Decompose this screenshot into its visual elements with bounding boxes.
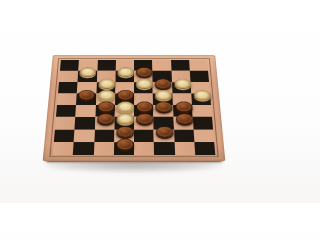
dark-piece[interactable] — [97, 102, 115, 113]
dark-piece[interactable] — [156, 126, 174, 137]
dark-piece[interactable] — [136, 67, 153, 77]
square-r3c1[interactable] — [58, 82, 78, 93]
square-r6c3[interactable] — [94, 117, 114, 129]
square-r2c1[interactable] — [59, 71, 78, 82]
square-r8c6[interactable] — [154, 142, 175, 155]
square-r8c3[interactable] — [93, 142, 114, 155]
square-r2c4[interactable] — [115, 71, 134, 82]
dark-piece[interactable] — [78, 90, 96, 100]
square-r7c5[interactable] — [134, 129, 154, 142]
square-r6c1[interactable] — [55, 117, 76, 129]
board-grid — [53, 60, 216, 155]
square-r8c5[interactable] — [134, 142, 154, 155]
square-r8c1[interactable] — [53, 142, 74, 155]
dark-piece[interactable] — [175, 102, 193, 113]
checkers-board-scene — [48, 19, 220, 191]
square-r1c8[interactable] — [189, 60, 208, 71]
square-r7c3[interactable] — [94, 129, 114, 142]
dark-piece[interactable] — [136, 114, 154, 125]
square-r8c7[interactable] — [174, 142, 195, 155]
square-r5c8[interactable] — [192, 105, 212, 117]
square-r7c1[interactable] — [54, 129, 75, 142]
square-r6c7[interactable] — [173, 117, 193, 129]
square-r4c8[interactable] — [191, 93, 211, 105]
square-r2c8[interactable] — [190, 71, 209, 82]
light-piece[interactable] — [136, 78, 153, 88]
light-piece[interactable] — [155, 90, 172, 100]
light-piece[interactable] — [80, 67, 97, 77]
square-r6c8[interactable] — [193, 117, 214, 129]
light-piece[interactable] — [193, 90, 211, 100]
square-r7c7[interactable] — [174, 129, 195, 142]
square-r5c6[interactable] — [153, 105, 173, 117]
light-piece[interactable] — [116, 114, 134, 125]
square-r5c2[interactable] — [75, 105, 95, 117]
dark-piece[interactable] — [155, 78, 172, 88]
square-r7c2[interactable] — [74, 129, 95, 142]
square-r1c1[interactable] — [60, 60, 79, 71]
checkers-board — [43, 55, 226, 161]
square-r6c2[interactable] — [75, 117, 95, 129]
square-r8c4[interactable] — [114, 142, 134, 155]
light-piece[interactable] — [174, 78, 191, 88]
photo-stage — [0, 0, 268, 203]
square-r3c7[interactable] — [172, 82, 191, 93]
square-r8c2[interactable] — [73, 142, 94, 155]
square-r1c7[interactable] — [171, 60, 190, 71]
light-piece[interactable] — [117, 67, 134, 77]
dark-piece[interactable] — [136, 102, 153, 113]
square-r4c1[interactable] — [57, 93, 77, 105]
dark-piece[interactable] — [155, 102, 173, 113]
square-r1c3[interactable] — [97, 60, 116, 71]
square-r4c2[interactable] — [76, 93, 96, 105]
dark-piece[interactable] — [97, 114, 115, 125]
light-piece[interactable] — [98, 78, 115, 88]
square-r8c8[interactable] — [194, 142, 215, 155]
dark-piece[interactable] — [175, 114, 193, 125]
square-r5c1[interactable] — [56, 105, 76, 117]
dark-piece[interactable] — [116, 126, 134, 137]
board-inner-frame — [49, 58, 218, 157]
light-piece[interactable] — [98, 90, 115, 100]
square-r3c5[interactable] — [134, 82, 153, 93]
square-r1c6[interactable] — [152, 60, 171, 71]
dark-piece[interactable] — [116, 139, 134, 151]
square-r2c2[interactable] — [78, 71, 97, 82]
square-r7c6[interactable] — [154, 129, 174, 142]
square-r6c5[interactable] — [134, 117, 154, 129]
light-piece[interactable] — [117, 102, 134, 113]
square-r7c8[interactable] — [193, 129, 214, 142]
dark-piece[interactable] — [117, 90, 134, 100]
